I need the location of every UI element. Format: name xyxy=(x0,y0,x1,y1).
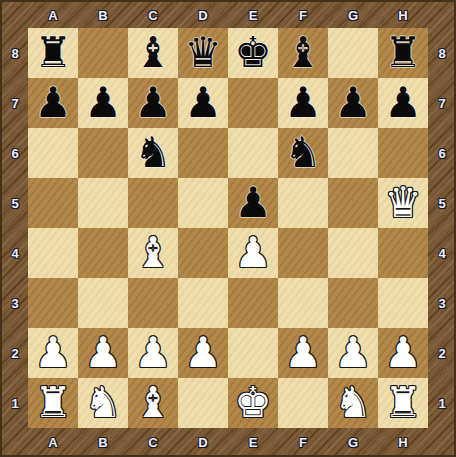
square-c3[interactable] xyxy=(128,278,178,328)
square-e4[interactable]: ♟ xyxy=(228,228,278,278)
rank-label-5: 5 xyxy=(428,178,456,228)
square-g7[interactable]: ♟ xyxy=(328,78,378,128)
piece-white-knight[interactable]: ♞ xyxy=(78,378,128,428)
rank-label-8: 8 xyxy=(428,28,456,78)
file-label-a: A xyxy=(28,428,78,457)
square-e8[interactable]: ♚ xyxy=(228,28,278,78)
square-b5[interactable] xyxy=(78,178,128,228)
square-d3[interactable] xyxy=(178,278,228,328)
chess-app-window: ABCDEFGH 87654321 ♜♝♛♚♝♜♟♟♟♟♟♟♟♞♞♟♛♝♟♟♟♟… xyxy=(0,0,456,457)
piece-white-pawn[interactable]: ♟ xyxy=(328,328,378,378)
piece-black-rook[interactable]: ♜ xyxy=(378,28,428,78)
square-g6[interactable] xyxy=(328,128,378,178)
file-label-d: D xyxy=(178,2,228,28)
square-e5[interactable]: ♟ xyxy=(228,178,278,228)
square-g2[interactable]: ♟ xyxy=(328,328,378,378)
square-d2[interactable]: ♟ xyxy=(178,328,228,378)
piece-white-pawn[interactable]: ♟ xyxy=(28,328,78,378)
square-a5[interactable] xyxy=(28,178,78,228)
piece-white-pawn[interactable]: ♟ xyxy=(128,328,178,378)
rank-label-6: 6 xyxy=(428,128,456,178)
square-h8[interactable]: ♜ xyxy=(378,28,428,78)
square-a4[interactable] xyxy=(28,228,78,278)
piece-white-pawn[interactable]: ♟ xyxy=(278,328,328,378)
piece-white-queen[interactable]: ♛ xyxy=(378,178,428,228)
rank-label-6: 6 xyxy=(2,128,28,178)
file-labels-bottom: ABCDEFGH xyxy=(28,428,428,457)
square-b1[interactable]: ♞ xyxy=(78,378,128,428)
file-label-f: F xyxy=(278,428,328,457)
file-labels-top: ABCDEFGH xyxy=(28,2,428,28)
piece-black-pawn[interactable]: ♟ xyxy=(228,178,278,228)
file-label-a: A xyxy=(28,2,78,28)
square-e6[interactable] xyxy=(228,128,278,178)
square-a2[interactable]: ♟ xyxy=(28,328,78,378)
square-h4[interactable] xyxy=(378,228,428,278)
square-a1[interactable]: ♜ xyxy=(28,378,78,428)
file-label-b: B xyxy=(78,428,128,457)
piece-white-pawn[interactable]: ♟ xyxy=(228,228,278,278)
piece-black-knight[interactable]: ♞ xyxy=(128,128,178,178)
file-label-c: C xyxy=(128,428,178,457)
piece-white-rook[interactable]: ♜ xyxy=(378,378,428,428)
square-c6[interactable]: ♞ xyxy=(128,128,178,178)
square-f4[interactable] xyxy=(278,228,328,278)
square-e7[interactable] xyxy=(228,78,278,128)
rank-label-1: 1 xyxy=(428,378,456,428)
rank-label-4: 4 xyxy=(2,228,28,278)
rank-label-3: 3 xyxy=(428,278,456,328)
piece-black-king[interactable]: ♚ xyxy=(228,28,278,78)
rank-label-8: 8 xyxy=(2,28,28,78)
square-b8[interactable] xyxy=(78,28,128,78)
square-c8[interactable]: ♝ xyxy=(128,28,178,78)
rank-labels-left: 87654321 xyxy=(2,28,28,428)
square-h3[interactable] xyxy=(378,278,428,328)
piece-black-knight[interactable]: ♞ xyxy=(278,128,328,178)
piece-white-pawn[interactable]: ♟ xyxy=(378,328,428,378)
square-f5[interactable] xyxy=(278,178,328,228)
square-g5[interactable] xyxy=(328,178,378,228)
square-b6[interactable] xyxy=(78,128,128,178)
square-h1[interactable]: ♜ xyxy=(378,378,428,428)
piece-black-pawn[interactable]: ♟ xyxy=(28,78,78,128)
file-label-g: G xyxy=(328,428,378,457)
piece-black-pawn[interactable]: ♟ xyxy=(328,78,378,128)
piece-black-pawn[interactable]: ♟ xyxy=(128,78,178,128)
rank-label-2: 2 xyxy=(428,328,456,378)
piece-black-bishop[interactable]: ♝ xyxy=(278,28,328,78)
square-d4[interactable] xyxy=(178,228,228,278)
square-c4[interactable]: ♝ xyxy=(128,228,178,278)
piece-white-bishop[interactable]: ♝ xyxy=(128,228,178,278)
file-label-g: G xyxy=(328,2,378,28)
file-label-d: D xyxy=(178,428,228,457)
rank-label-2: 2 xyxy=(2,328,28,378)
piece-black-pawn[interactable]: ♟ xyxy=(278,78,328,128)
rank-labels-right: 87654321 xyxy=(428,28,456,428)
chessboard: ♜♝♛♚♝♜♟♟♟♟♟♟♟♞♞♟♛♝♟♟♟♟♟♟♟♟♜♞♝♚♞♜ xyxy=(28,28,428,428)
square-f2[interactable]: ♟ xyxy=(278,328,328,378)
square-a7[interactable]: ♟ xyxy=(28,78,78,128)
square-e2[interactable] xyxy=(228,328,278,378)
square-g8[interactable] xyxy=(328,28,378,78)
rank-label-5: 5 xyxy=(2,178,28,228)
square-g1[interactable]: ♞ xyxy=(328,378,378,428)
square-e1[interactable]: ♚ xyxy=(228,378,278,428)
rank-label-7: 7 xyxy=(428,78,456,128)
square-h7[interactable]: ♟ xyxy=(378,78,428,128)
square-f8[interactable]: ♝ xyxy=(278,28,328,78)
square-g3[interactable] xyxy=(328,278,378,328)
file-label-h: H xyxy=(378,2,428,28)
square-h6[interactable] xyxy=(378,128,428,178)
square-b7[interactable]: ♟ xyxy=(78,78,128,128)
piece-black-pawn[interactable]: ♟ xyxy=(178,78,228,128)
piece-black-rook[interactable]: ♜ xyxy=(28,28,78,78)
square-b2[interactable]: ♟ xyxy=(78,328,128,378)
square-f7[interactable]: ♟ xyxy=(278,78,328,128)
square-a6[interactable] xyxy=(28,128,78,178)
piece-black-bishop[interactable]: ♝ xyxy=(128,28,178,78)
square-c2[interactable]: ♟ xyxy=(128,328,178,378)
square-d6[interactable] xyxy=(178,128,228,178)
file-label-f: F xyxy=(278,2,328,28)
piece-white-rook[interactable]: ♜ xyxy=(28,378,78,428)
file-label-b: B xyxy=(78,2,128,28)
rank-label-3: 3 xyxy=(2,278,28,328)
square-h2[interactable]: ♟ xyxy=(378,328,428,378)
file-label-e: E xyxy=(228,2,278,28)
rank-label-4: 4 xyxy=(428,228,456,278)
square-d8[interactable]: ♛ xyxy=(178,28,228,78)
square-c7[interactable]: ♟ xyxy=(128,78,178,128)
square-a3[interactable] xyxy=(28,278,78,328)
square-d7[interactable]: ♟ xyxy=(178,78,228,128)
piece-white-knight[interactable]: ♞ xyxy=(328,378,378,428)
square-c5[interactable] xyxy=(128,178,178,228)
piece-white-pawn[interactable]: ♟ xyxy=(78,328,128,378)
square-b3[interactable] xyxy=(78,278,128,328)
file-label-c: C xyxy=(128,2,178,28)
square-g4[interactable] xyxy=(328,228,378,278)
piece-white-bishop[interactable]: ♝ xyxy=(128,378,178,428)
piece-black-queen[interactable]: ♛ xyxy=(178,28,228,78)
file-label-h: H xyxy=(378,428,428,457)
square-d5[interactable] xyxy=(178,178,228,228)
square-c1[interactable]: ♝ xyxy=(128,378,178,428)
piece-black-pawn[interactable]: ♟ xyxy=(378,78,428,128)
square-a8[interactable]: ♜ xyxy=(28,28,78,78)
piece-white-king[interactable]: ♚ xyxy=(228,378,278,428)
rank-label-7: 7 xyxy=(2,78,28,128)
piece-white-pawn[interactable]: ♟ xyxy=(178,328,228,378)
square-e3[interactable] xyxy=(228,278,278,328)
piece-black-pawn[interactable]: ♟ xyxy=(78,78,128,128)
file-label-e: E xyxy=(228,428,278,457)
square-f1[interactable] xyxy=(278,378,328,428)
square-f3[interactable] xyxy=(278,278,328,328)
square-d1[interactable] xyxy=(178,378,228,428)
square-f6[interactable]: ♞ xyxy=(278,128,328,178)
square-h5[interactable]: ♛ xyxy=(378,178,428,228)
square-b4[interactable] xyxy=(78,228,128,278)
rank-label-1: 1 xyxy=(2,378,28,428)
